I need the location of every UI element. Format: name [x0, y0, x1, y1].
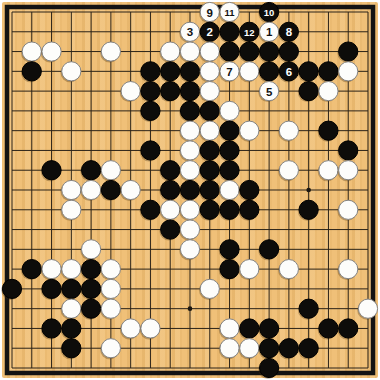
move-number-9: 9	[207, 7, 213, 19]
stone-white[interactable]	[180, 141, 199, 160]
stone-white[interactable]	[121, 180, 140, 199]
stone-white[interactable]	[200, 42, 219, 61]
stone-white[interactable]	[240, 121, 259, 140]
stone-white[interactable]	[101, 42, 120, 61]
stone-black[interactable]	[260, 358, 279, 377]
stone-white[interactable]	[279, 121, 298, 140]
move-number-1: 1	[266, 26, 273, 38]
move-number-11: 11	[225, 7, 236, 18]
stone-white[interactable]	[121, 319, 140, 338]
stone-white[interactable]	[279, 260, 298, 279]
stones-layer	[1, 2, 377, 379]
stone-black[interactable]	[82, 299, 101, 318]
stone-black[interactable]	[260, 42, 279, 61]
stone-white[interactable]	[101, 260, 120, 279]
stone-black[interactable]	[62, 279, 81, 298]
stone-white[interactable]	[220, 339, 239, 358]
stone-white[interactable]	[62, 180, 81, 199]
stone-black[interactable]	[240, 180, 259, 199]
stone-white[interactable]	[200, 82, 219, 101]
move-number-12: 12	[244, 27, 255, 38]
stone-black[interactable]	[22, 62, 41, 81]
stone-black[interactable]	[161, 82, 180, 101]
stone-white[interactable]	[101, 299, 120, 318]
stone-black[interactable]	[319, 121, 338, 140]
move-number-10: 10	[264, 7, 275, 18]
stone-black[interactable]	[180, 180, 199, 199]
stone-white[interactable]	[339, 62, 358, 81]
stone-black[interactable]	[299, 200, 318, 219]
stone-white[interactable]	[339, 161, 358, 180]
stone-black[interactable]	[339, 141, 358, 160]
star-point	[306, 188, 311, 193]
stone-white[interactable]	[200, 62, 219, 81]
stone-black[interactable]	[260, 240, 279, 259]
stone-black[interactable]	[319, 62, 338, 81]
move-number-6: 6	[286, 66, 292, 78]
stone-white[interactable]	[240, 62, 259, 81]
stone-white[interactable]	[180, 200, 199, 219]
stone-black[interactable]	[260, 319, 279, 338]
stone-black[interactable]	[220, 22, 239, 41]
stone-black[interactable]	[161, 161, 180, 180]
stone-white[interactable]	[121, 82, 140, 101]
stone-black[interactable]	[42, 279, 61, 298]
stone-black[interactable]	[220, 121, 239, 140]
stone-white[interactable]	[180, 240, 199, 259]
stone-white[interactable]	[180, 220, 199, 239]
stone-white[interactable]	[240, 339, 259, 358]
stone-white[interactable]	[62, 260, 81, 279]
stone-black[interactable]	[200, 141, 219, 160]
stone-black[interactable]	[82, 279, 101, 298]
stone-black[interactable]	[200, 161, 219, 180]
star-point	[188, 306, 193, 311]
stone-white[interactable]	[62, 299, 81, 318]
stone-black[interactable]	[220, 141, 239, 160]
stone-black[interactable]	[161, 220, 180, 239]
stone-white[interactable]	[82, 180, 101, 199]
stone-black[interactable]	[299, 299, 318, 318]
stone-black[interactable]	[279, 339, 298, 358]
stone-white[interactable]	[82, 240, 101, 259]
stone-black[interactable]	[240, 319, 259, 338]
stone-white[interactable]	[358, 299, 377, 318]
stone-white[interactable]	[319, 161, 338, 180]
stone-white[interactable]	[220, 180, 239, 199]
stone-black[interactable]	[319, 319, 338, 338]
stone-black[interactable]	[141, 62, 160, 81]
stone-black[interactable]	[240, 200, 259, 219]
stone-white[interactable]	[279, 161, 298, 180]
stone-black[interactable]	[101, 180, 120, 199]
stone-black[interactable]	[141, 101, 160, 120]
stone-black[interactable]	[240, 42, 259, 61]
stone-white[interactable]	[220, 319, 239, 338]
stone-white[interactable]	[42, 260, 61, 279]
stone-white[interactable]	[200, 279, 219, 298]
stone-black[interactable]	[220, 260, 239, 279]
move-number-3: 3	[187, 26, 193, 38]
stone-black[interactable]	[339, 319, 358, 338]
stone-black[interactable]	[22, 260, 41, 279]
stone-black[interactable]	[180, 82, 199, 101]
stone-white[interactable]	[220, 101, 239, 120]
stone-black[interactable]	[220, 42, 239, 61]
move-number-5: 5	[266, 86, 273, 98]
stone-black[interactable]	[260, 339, 279, 358]
stone-black[interactable]	[141, 200, 160, 219]
stone-black[interactable]	[200, 101, 219, 120]
stone-black[interactable]	[141, 141, 160, 160]
stone-white[interactable]	[141, 319, 160, 338]
stone-black[interactable]	[200, 200, 219, 219]
go-game-screenshot: 12356789101112	[0, 0, 380, 380]
stone-white[interactable]	[339, 200, 358, 219]
stone-black[interactable]	[220, 240, 239, 259]
stone-white[interactable]	[62, 200, 81, 219]
stone-black[interactable]	[141, 82, 160, 101]
move-number-7: 7	[226, 66, 232, 78]
stone-black[interactable]	[220, 161, 239, 180]
stone-white[interactable]	[101, 279, 120, 298]
stone-black[interactable]	[62, 319, 81, 338]
stone-white[interactable]	[180, 161, 199, 180]
stone-black[interactable]	[62, 339, 81, 358]
stone-white[interactable]	[180, 42, 199, 61]
stone-black[interactable]	[299, 339, 318, 358]
stone-black[interactable]	[42, 319, 61, 338]
stone-black[interactable]	[180, 62, 199, 81]
stone-white[interactable]	[42, 42, 61, 61]
stone-white[interactable]	[161, 200, 180, 219]
go-board[interactable]: 12356789101112	[0, 0, 380, 380]
stone-black[interactable]	[200, 180, 219, 199]
stone-white[interactable]	[101, 339, 120, 358]
stone-white[interactable]	[62, 62, 81, 81]
stone-black[interactable]	[42, 161, 61, 180]
stone-black[interactable]	[161, 180, 180, 199]
stone-white[interactable]	[161, 42, 180, 61]
stone-black[interactable]	[339, 42, 358, 61]
stone-white[interactable]	[22, 42, 41, 61]
stone-white[interactable]	[240, 260, 259, 279]
stone-black[interactable]	[180, 101, 199, 120]
stone-black[interactable]	[2, 279, 21, 298]
stone-black[interactable]	[299, 82, 318, 101]
stone-black[interactable]	[260, 62, 279, 81]
stone-black[interactable]	[220, 200, 239, 219]
stone-black[interactable]	[279, 42, 298, 61]
stone-white[interactable]	[101, 161, 120, 180]
stone-white[interactable]	[339, 260, 358, 279]
stone-black[interactable]	[161, 62, 180, 81]
stone-black[interactable]	[82, 260, 101, 279]
move-number-2: 2	[207, 26, 213, 38]
stone-black[interactable]	[299, 62, 318, 81]
stone-white[interactable]	[319, 82, 338, 101]
stone-white[interactable]	[200, 121, 219, 140]
move-number-8: 8	[286, 26, 293, 38]
stone-white[interactable]	[180, 121, 199, 140]
stone-black[interactable]	[82, 161, 101, 180]
